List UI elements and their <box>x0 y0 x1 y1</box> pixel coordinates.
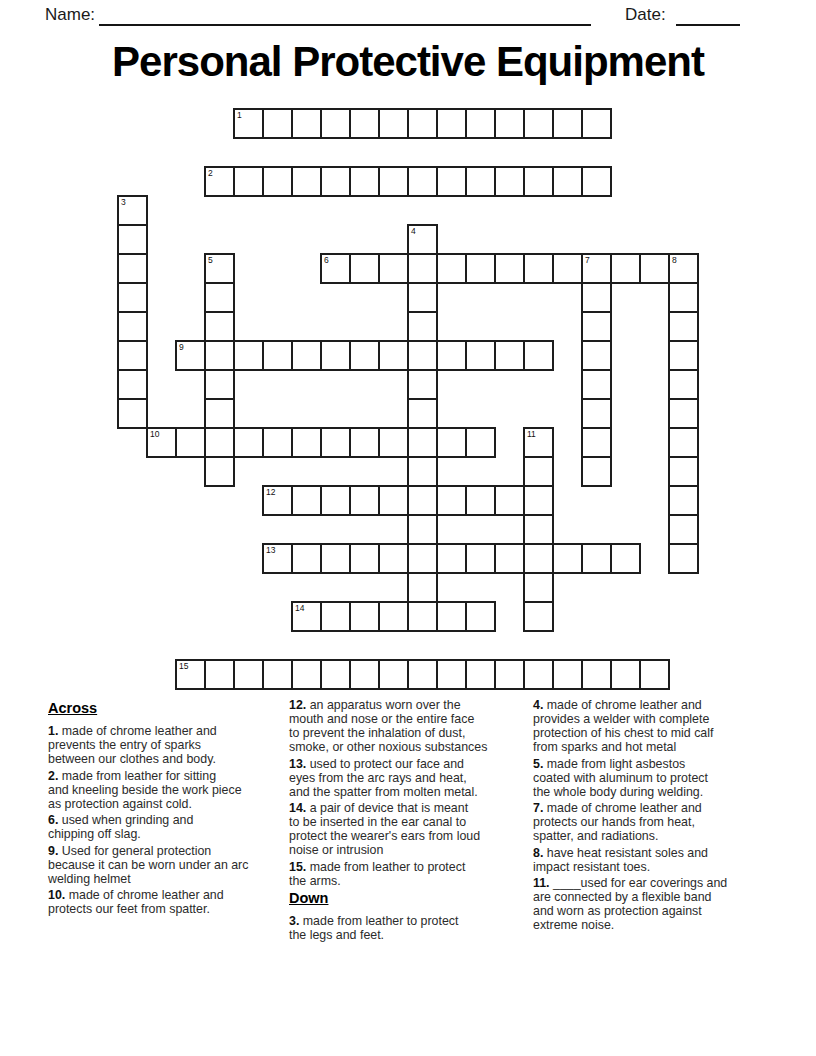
grid-cell-r15c16[interactable] <box>581 543 612 574</box>
grid-cell-r11c7[interactable] <box>320 427 351 458</box>
clue-number-label: 13. <box>289 757 306 771</box>
grid-cell-r13c8[interactable] <box>349 485 380 516</box>
grid-cell-r5c12[interactable] <box>465 253 496 284</box>
clue-text: made of chrome leather and protects our … <box>48 888 224 916</box>
grid-cell-r11c12[interactable] <box>465 427 496 458</box>
grid-cell-r2c4[interactable] <box>233 166 264 197</box>
grid-cell-r17c12[interactable] <box>465 601 496 632</box>
clue-12: 12. an apparatus worn over the mouth and… <box>289 698 529 754</box>
grid-cell-r19c11[interactable] <box>436 659 467 690</box>
grid-cell-r2c12[interactable] <box>465 166 496 197</box>
grid-cell-r16c14[interactable] <box>523 572 554 603</box>
grid-cell-r5c9[interactable] <box>378 253 409 284</box>
grid-cell-r5c16[interactable]: 7 <box>581 253 612 284</box>
grid-cell-r13c6[interactable] <box>291 485 322 516</box>
clue-9: 9. Used for general protection because i… <box>48 844 284 886</box>
grid-cell-r19c15[interactable] <box>552 659 583 690</box>
grid-cell-r8c14[interactable] <box>523 340 554 371</box>
grid-cell-r11c1[interactable]: 10 <box>146 427 177 458</box>
grid-cell-r10c10[interactable] <box>407 398 438 429</box>
grid-cell-r15c15[interactable] <box>552 543 583 574</box>
clue-11: 11. ____used for ear coverings and are c… <box>533 876 779 932</box>
grid-cell-r15c6[interactable] <box>291 543 322 574</box>
grid-cell-r15c5[interactable]: 13 <box>262 543 293 574</box>
clue-13: 13. used to protect our face and eyes fr… <box>289 757 529 799</box>
grid-cell-r2c7[interactable] <box>320 166 351 197</box>
grid-cell-r9c19[interactable] <box>668 369 699 400</box>
grid-cell-r13c14[interactable] <box>523 485 554 516</box>
grid-cell-r17c7[interactable] <box>320 601 351 632</box>
grid-cell-r6c3[interactable] <box>204 282 235 313</box>
clue-text: made of chrome leather and provides a we… <box>533 698 713 754</box>
grid-cell-r8c12[interactable] <box>465 340 496 371</box>
cell-number-5: 5 <box>208 255 213 265</box>
grid-cell-r19c2[interactable]: 15 <box>175 659 206 690</box>
grid-cell-r0c12[interactable] <box>465 108 496 139</box>
grid-cell-r11c9[interactable] <box>378 427 409 458</box>
grid-cell-r8c2[interactable]: 9 <box>175 340 206 371</box>
clue-number-label: 1. <box>48 724 58 738</box>
grid-cell-r0c10[interactable] <box>407 108 438 139</box>
grid-cell-r12c19[interactable] <box>668 456 699 487</box>
grid-cell-r5c17[interactable] <box>610 253 641 284</box>
grid-cell-r19c8[interactable] <box>349 659 380 690</box>
grid-cell-r0c15[interactable] <box>552 108 583 139</box>
down-header: Down <box>289 890 529 906</box>
clue-number-label: 15. <box>289 860 306 874</box>
grid-cell-r12c16[interactable] <box>581 456 612 487</box>
cell-number-8: 8 <box>672 255 677 265</box>
clue-text: made of chrome leather and protects our … <box>533 801 702 843</box>
grid-cell-r5c14[interactable] <box>523 253 554 284</box>
across-header: Across <box>48 700 284 716</box>
grid-cell-r13c7[interactable] <box>320 485 351 516</box>
grid-cell-r5c10[interactable] <box>407 253 438 284</box>
grid-cell-r11c8[interactable] <box>349 427 380 458</box>
grid-cell-r9c10[interactable] <box>407 369 438 400</box>
grid-cell-r2c14[interactable] <box>523 166 554 197</box>
grid-cell-r5c11[interactable] <box>436 253 467 284</box>
grid-cell-r15c7[interactable] <box>320 543 351 574</box>
grid-cell-r10c16[interactable] <box>581 398 612 429</box>
grid-cell-r7c19[interactable] <box>668 311 699 342</box>
grid-cell-r7c0[interactable] <box>117 311 148 342</box>
grid-cell-r0c16[interactable] <box>581 108 612 139</box>
grid-cell-r2c15[interactable] <box>552 166 583 197</box>
grid-cell-r6c0[interactable] <box>117 282 148 313</box>
grid-cell-r0c14[interactable] <box>523 108 554 139</box>
grid-cell-r13c9[interactable] <box>378 485 409 516</box>
grid-cell-r2c8[interactable] <box>349 166 380 197</box>
grid-cell-r19c12[interactable] <box>465 659 496 690</box>
clue-4: 4. made of chrome leather and provides a… <box>533 698 779 754</box>
clue-1: 1. made of chrome leather and prevents t… <box>48 724 284 766</box>
grid-cell-r15c14[interactable] <box>523 543 554 574</box>
grid-cell-r19c9[interactable] <box>378 659 409 690</box>
grid-cell-r8c13[interactable] <box>494 340 525 371</box>
grid-cell-r19c13[interactable] <box>494 659 525 690</box>
grid-cell-r19c6[interactable] <box>291 659 322 690</box>
grid-cell-r10c3[interactable] <box>204 398 235 429</box>
grid-cell-r5c7[interactable]: 6 <box>320 253 351 284</box>
grid-cell-r0c5[interactable] <box>262 108 293 139</box>
grid-cell-r9c0[interactable] <box>117 369 148 400</box>
grid-cell-r15c8[interactable] <box>349 543 380 574</box>
grid-cell-r3c0[interactable]: 3 <box>117 195 148 226</box>
grid-cell-r19c5[interactable] <box>262 659 293 690</box>
grid-cell-r8c6[interactable] <box>291 340 322 371</box>
grid-cell-r0c7[interactable] <box>320 108 351 139</box>
grid-cell-r13c13[interactable] <box>494 485 525 516</box>
grid-cell-r6c10[interactable] <box>407 282 438 313</box>
grid-cell-r15c9[interactable] <box>378 543 409 574</box>
clue-number-label: 11. <box>533 876 550 890</box>
grid-cell-r11c10[interactable] <box>407 427 438 458</box>
grid-cell-r13c19[interactable] <box>668 485 699 516</box>
clue-text: used to protect our face and eyes from t… <box>289 757 478 799</box>
grid-cell-r2c3[interactable]: 2 <box>204 166 235 197</box>
clue-number-label: 12. <box>289 698 306 712</box>
cell-number-3: 3 <box>121 197 126 207</box>
clue-text: ____used for ear coverings and are conne… <box>533 876 727 932</box>
grid-cell-r2c11[interactable] <box>436 166 467 197</box>
grid-cell-r19c4[interactable] <box>233 659 264 690</box>
grid-cell-r12c10[interactable] <box>407 456 438 487</box>
clue-number-label: 9. <box>48 844 58 858</box>
clue-number-label: 5. <box>533 757 543 771</box>
clue-text: made from light asbestos coated with alu… <box>533 757 708 799</box>
cell-number-6: 6 <box>324 255 329 265</box>
grid-cell-r11c16[interactable] <box>581 427 612 458</box>
clue-8: 8. have heat resistant soles and impact … <box>533 846 779 874</box>
clue-number-label: 8. <box>533 846 543 860</box>
grid-cell-r11c19[interactable] <box>668 427 699 458</box>
clue-5: 5. made from light asbestos coated with … <box>533 757 779 799</box>
grid-cell-r8c11[interactable] <box>436 340 467 371</box>
clue-number-label: 14. <box>289 801 306 815</box>
clue-6: 6. used when grinding and chipping off s… <box>48 813 284 841</box>
worksheet-page: Name: Date: Personal Protective Equipmen… <box>0 0 816 1056</box>
grid-cell-r15c17[interactable] <box>610 543 641 574</box>
grid-cell-r17c10[interactable] <box>407 601 438 632</box>
grid-cell-r17c14[interactable] <box>523 601 554 632</box>
grid-cell-r11c3[interactable] <box>204 427 235 458</box>
grid-cell-r16c10[interactable] <box>407 572 438 603</box>
grid-cell-r7c10[interactable] <box>407 311 438 342</box>
grid-cell-r8c3[interactable] <box>204 340 235 371</box>
grid-cell-r13c10[interactable] <box>407 485 438 516</box>
grid-cell-r10c0[interactable] <box>117 398 148 429</box>
grid-cell-r14c19[interactable] <box>668 514 699 545</box>
cell-number-10: 10 <box>150 429 159 439</box>
grid-cell-r15c10[interactable] <box>407 543 438 574</box>
grid-cell-r5c19[interactable]: 8 <box>668 253 699 284</box>
clue-2: 2. made from leather for sitting and kne… <box>48 769 284 811</box>
grid-cell-r6c19[interactable] <box>668 282 699 313</box>
grid-cell-r8c19[interactable] <box>668 340 699 371</box>
grid-cell-r12c3[interactable] <box>204 456 235 487</box>
grid-cell-r0c4[interactable]: 1 <box>233 108 264 139</box>
clues-column-left: Across1. made of chrome leather and prev… <box>48 698 284 919</box>
clue-number-label: 7. <box>533 801 543 815</box>
grid-cell-r11c11[interactable] <box>436 427 467 458</box>
grid-cell-r8c16[interactable] <box>581 340 612 371</box>
grid-cell-r11c2[interactable] <box>175 427 206 458</box>
grid-cell-r5c15[interactable] <box>552 253 583 284</box>
grid-cell-r8c0[interactable] <box>117 340 148 371</box>
cell-number-9: 9 <box>179 342 184 352</box>
clue-number-label: 3. <box>289 914 299 928</box>
cell-number-7: 7 <box>585 255 590 265</box>
grid-cell-r0c9[interactable] <box>378 108 409 139</box>
grid-cell-r15c12[interactable] <box>465 543 496 574</box>
grid-cell-r19c3[interactable] <box>204 659 235 690</box>
grid-cell-r14c10[interactable] <box>407 514 438 545</box>
cell-number-12: 12 <box>266 487 275 497</box>
grid-cell-r2c9[interactable] <box>378 166 409 197</box>
clue-text: made from leather to protect the legs an… <box>289 914 458 942</box>
grid-cell-r8c4[interactable] <box>233 340 264 371</box>
crossword-grid: 123456789101112131415 <box>0 0 816 700</box>
grid-cell-r11c6[interactable] <box>291 427 322 458</box>
grid-cell-r13c11[interactable] <box>436 485 467 516</box>
grid-cell-r2c10[interactable] <box>407 166 438 197</box>
grid-cell-r19c7[interactable] <box>320 659 351 690</box>
cell-number-4: 4 <box>411 226 416 236</box>
grid-cell-r19c18[interactable] <box>639 659 670 690</box>
grid-cell-r2c5[interactable] <box>262 166 293 197</box>
grid-cell-r12c14[interactable] <box>523 456 554 487</box>
grid-cell-r4c0[interactable] <box>117 224 148 255</box>
grid-cell-r15c19[interactable] <box>668 543 699 574</box>
grid-cell-r5c3[interactable]: 5 <box>204 253 235 284</box>
grid-cell-r11c14[interactable]: 11 <box>523 427 554 458</box>
grid-cell-r2c13[interactable] <box>494 166 525 197</box>
grid-cell-r7c3[interactable] <box>204 311 235 342</box>
grid-cell-r2c16[interactable] <box>581 166 612 197</box>
clue-7: 7. made of chrome leather and protects o… <box>533 801 779 843</box>
cell-number-15: 15 <box>179 661 188 671</box>
clue-15: 15. made from leather to protect the arm… <box>289 860 529 888</box>
grid-cell-r5c18[interactable] <box>639 253 670 284</box>
cell-number-2: 2 <box>208 168 213 178</box>
clue-number-label: 6. <box>48 813 58 827</box>
clue-10: 10. made of chrome leather and protects … <box>48 888 284 916</box>
grid-cell-r19c10[interactable] <box>407 659 438 690</box>
grid-cell-r4c10[interactable]: 4 <box>407 224 438 255</box>
grid-cell-r5c0[interactable] <box>117 253 148 284</box>
grid-cell-r15c11[interactable] <box>436 543 467 574</box>
grid-cell-r19c16[interactable] <box>581 659 612 690</box>
clue-number-label: 10. <box>48 888 65 902</box>
grid-cell-r13c12[interactable] <box>465 485 496 516</box>
grid-cell-r13c5[interactable]: 12 <box>262 485 293 516</box>
grid-cell-r17c11[interactable] <box>436 601 467 632</box>
clue-3: 3. made from leather to protect the legs… <box>289 914 529 942</box>
grid-cell-r10c19[interactable] <box>668 398 699 429</box>
grid-cell-r17c8[interactable] <box>349 601 380 632</box>
grid-cell-r5c8[interactable] <box>349 253 380 284</box>
clue-number-label: 2. <box>48 769 58 783</box>
clue-text: used when grinding and chipping off slag… <box>48 813 193 841</box>
grid-cell-r8c9[interactable] <box>378 340 409 371</box>
grid-cell-r0c8[interactable] <box>349 108 380 139</box>
clues-column-middle: 12. an apparatus worn over the mouth and… <box>289 698 529 945</box>
clue-text: an apparatus worn over the mouth and nos… <box>289 698 487 754</box>
grid-cell-r2c6[interactable] <box>291 166 322 197</box>
grid-cell-r8c5[interactable] <box>262 340 293 371</box>
clues-column-right: 4. made of chrome leather and provides a… <box>533 698 779 935</box>
grid-cell-r9c3[interactable] <box>204 369 235 400</box>
clue-number-label: 4. <box>533 698 543 712</box>
grid-cell-r5c13[interactable] <box>494 253 525 284</box>
grid-cell-r17c6[interactable]: 14 <box>291 601 322 632</box>
grid-cell-r0c6[interactable] <box>291 108 322 139</box>
grid-cell-r0c11[interactable] <box>436 108 467 139</box>
grid-cell-r9c16[interactable] <box>581 369 612 400</box>
clue-text: have heat resistant soles and impact res… <box>533 846 708 874</box>
cell-number-1: 1 <box>237 110 242 120</box>
clue-14: 14. a pair of device that is meant to be… <box>289 801 529 857</box>
grid-cell-r11c4[interactable] <box>233 427 264 458</box>
clue-text: a pair of device that is meant to be ins… <box>289 801 480 857</box>
grid-cell-r7c16[interactable] <box>581 311 612 342</box>
clue-text: made of chrome leather and prevents the … <box>48 724 217 766</box>
grid-cell-r8c7[interactable] <box>320 340 351 371</box>
grid-cell-r0c13[interactable] <box>494 108 525 139</box>
clue-text: made from leather for sitting and kneeli… <box>48 769 242 811</box>
cell-number-11: 11 <box>527 429 536 439</box>
grid-cell-r19c14[interactable] <box>523 659 554 690</box>
clue-text: made from leather to protect the arms. <box>289 860 465 888</box>
clue-text: Used for general protection because it c… <box>48 844 248 886</box>
cell-number-14: 14 <box>295 603 304 613</box>
grid-cell-r17c9[interactable] <box>378 601 409 632</box>
grid-cell-r11c5[interactable] <box>262 427 293 458</box>
grid-cell-r8c8[interactable] <box>349 340 380 371</box>
cell-number-13: 13 <box>266 545 275 555</box>
grid-cell-r8c10[interactable] <box>407 340 438 371</box>
grid-cell-r15c13[interactable] <box>494 543 525 574</box>
grid-cell-r14c14[interactable] <box>523 514 554 545</box>
grid-cell-r19c17[interactable] <box>610 659 641 690</box>
grid-cell-r6c16[interactable] <box>581 282 612 313</box>
